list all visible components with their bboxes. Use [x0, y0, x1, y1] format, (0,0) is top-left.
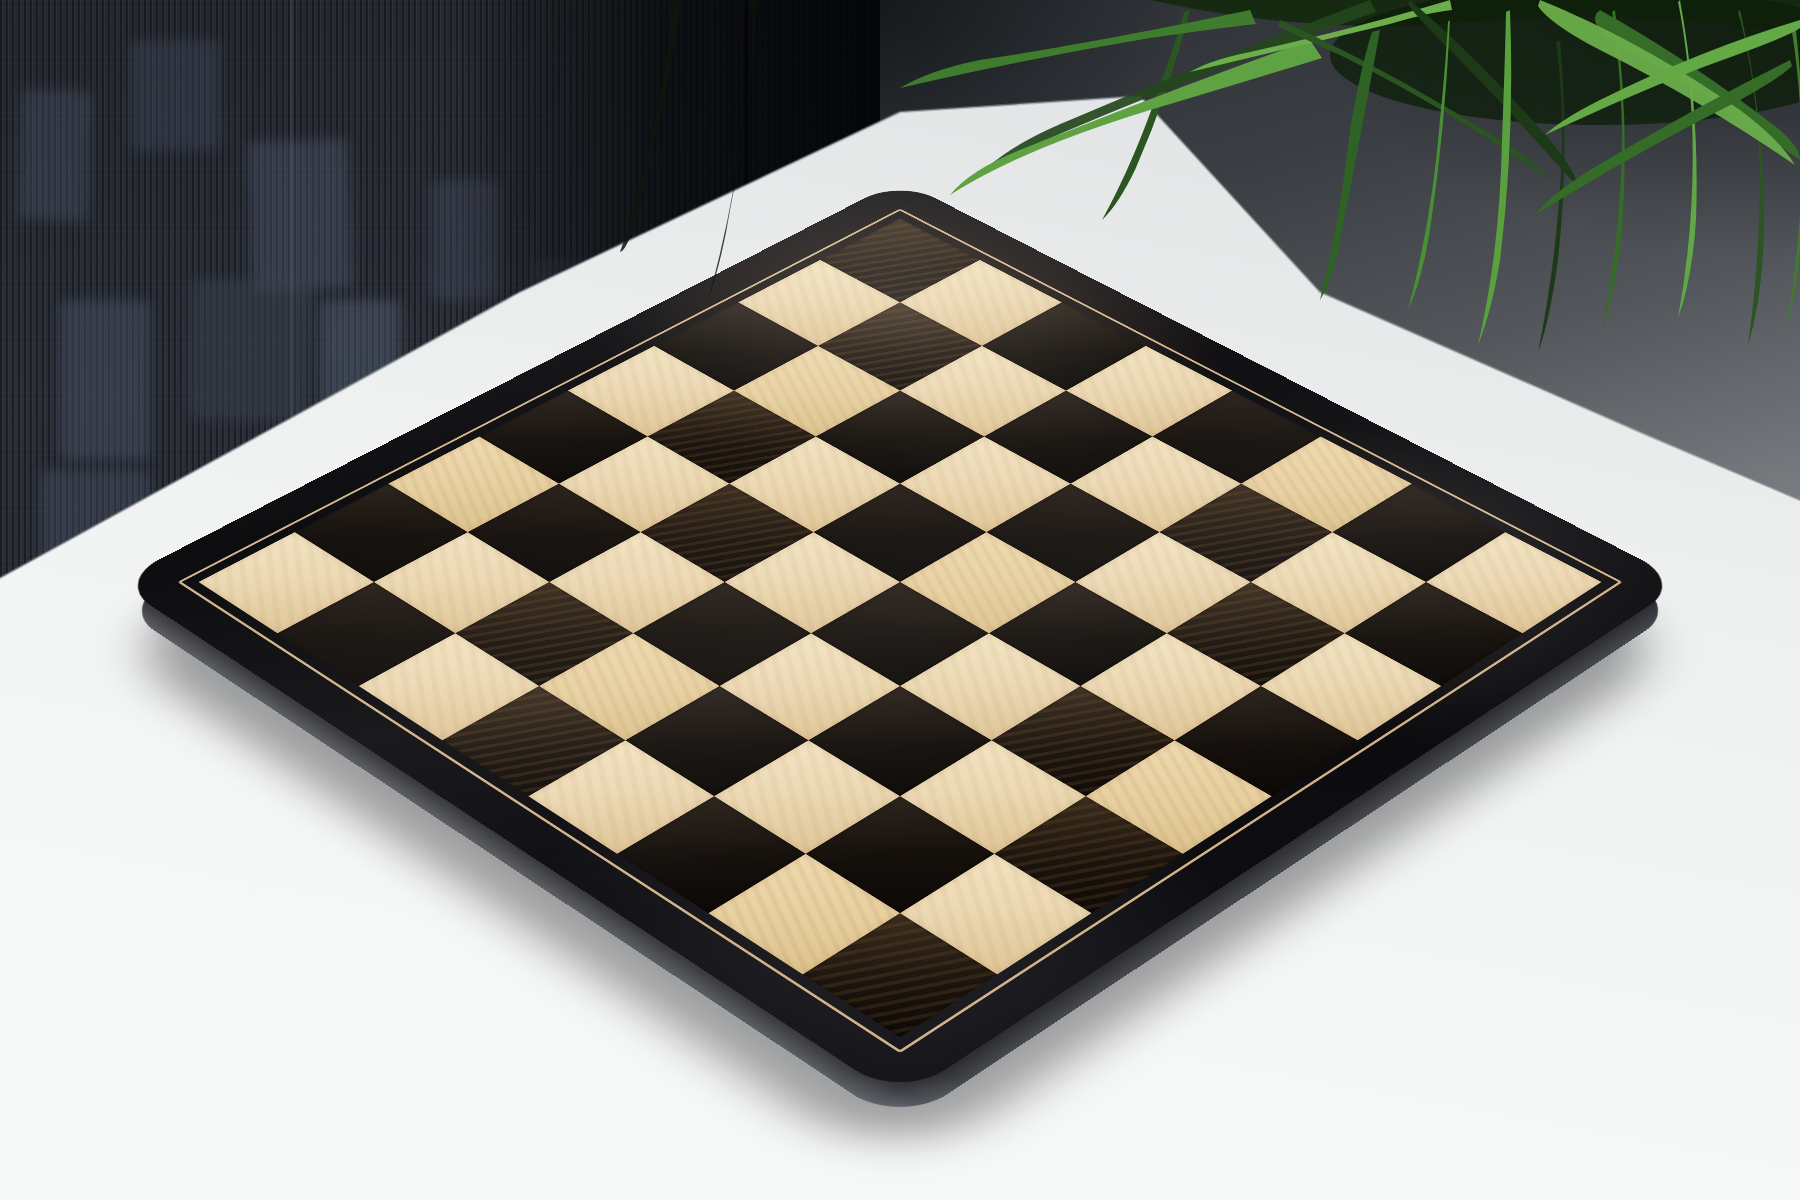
palm-plant — [550, 0, 1800, 450]
palm-leaf — [708, 0, 758, 300]
palm-leaves — [620, 0, 1800, 352]
palm-leaf — [620, 0, 682, 252]
palm-leaf — [900, 10, 1256, 88]
